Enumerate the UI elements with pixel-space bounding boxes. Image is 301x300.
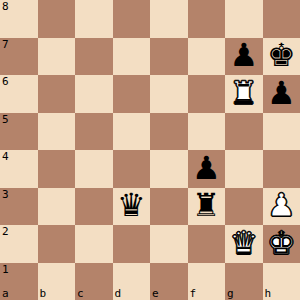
square-e7[interactable]	[150, 38, 188, 76]
file-label-e: e	[152, 288, 159, 299]
square-g2[interactable]: ♛	[225, 225, 263, 263]
square-e4[interactable]	[150, 150, 188, 188]
rank-label-5: 5	[2, 114, 9, 125]
square-c8[interactable]	[75, 0, 113, 38]
file-label-a: a	[2, 288, 9, 299]
square-g6[interactable]: ♜	[225, 75, 263, 113]
square-h4[interactable]	[263, 150, 301, 188]
file-label-b: b	[40, 288, 47, 299]
square-h1[interactable]: h	[263, 263, 301, 300]
square-e5[interactable]	[150, 113, 188, 151]
white-queen-icon[interactable]: ♛	[229, 227, 258, 259]
square-h5[interactable]	[263, 113, 301, 151]
square-d5[interactable]	[113, 113, 151, 151]
square-a2[interactable]: 2	[0, 225, 38, 263]
square-b8[interactable]	[38, 0, 76, 38]
black-rook-icon[interactable]: ♜	[192, 189, 221, 221]
black-king-icon[interactable]: ♚	[267, 39, 296, 71]
square-g5[interactable]	[225, 113, 263, 151]
square-f2[interactable]	[188, 225, 226, 263]
square-e8[interactable]	[150, 0, 188, 38]
black-pawn-icon[interactable]: ♟	[192, 152, 221, 184]
square-d3[interactable]: ♛	[113, 188, 151, 226]
square-e2[interactable]	[150, 225, 188, 263]
rank-label-7: 7	[2, 39, 9, 50]
rank-label-1: 1	[2, 264, 9, 275]
square-d2[interactable]	[113, 225, 151, 263]
square-b7[interactable]	[38, 38, 76, 76]
square-c4[interactable]	[75, 150, 113, 188]
square-g8[interactable]	[225, 0, 263, 38]
square-b5[interactable]	[38, 113, 76, 151]
chess-board: 87♟♚6♜♟54♟3♛♜♟2♛♚1abcdefgh	[0, 0, 300, 300]
square-h6[interactable]: ♟	[263, 75, 301, 113]
square-a8[interactable]: 8	[0, 0, 38, 38]
square-a5[interactable]: 5	[0, 113, 38, 151]
square-c1[interactable]: c	[75, 263, 113, 300]
square-c2[interactable]	[75, 225, 113, 263]
white-king-icon[interactable]: ♚	[267, 227, 296, 259]
rank-label-3: 3	[2, 189, 9, 200]
square-f1[interactable]: f	[188, 263, 226, 300]
black-queen-icon[interactable]: ♛	[117, 189, 146, 221]
square-b2[interactable]	[38, 225, 76, 263]
file-label-h: h	[265, 288, 272, 299]
square-h3[interactable]: ♟	[263, 188, 301, 226]
rank-label-6: 6	[2, 76, 9, 87]
square-c7[interactable]	[75, 38, 113, 76]
square-a1[interactable]: 1a	[0, 263, 38, 300]
black-pawn-icon[interactable]: ♟	[229, 39, 258, 71]
square-d1[interactable]: d	[113, 263, 151, 300]
black-pawn-icon[interactable]: ♟	[267, 77, 296, 109]
square-g3[interactable]	[225, 188, 263, 226]
file-label-c: c	[77, 288, 84, 299]
square-g1[interactable]: g	[225, 263, 263, 300]
rank-label-2: 2	[2, 226, 9, 237]
square-f6[interactable]	[188, 75, 226, 113]
square-a3[interactable]: 3	[0, 188, 38, 226]
square-f5[interactable]	[188, 113, 226, 151]
square-f3[interactable]: ♜	[188, 188, 226, 226]
square-g4[interactable]	[225, 150, 263, 188]
square-e6[interactable]	[150, 75, 188, 113]
square-h7[interactable]: ♚	[263, 38, 301, 76]
square-a4[interactable]: 4	[0, 150, 38, 188]
rank-label-8: 8	[2, 1, 9, 12]
square-e3[interactable]	[150, 188, 188, 226]
square-b6[interactable]	[38, 75, 76, 113]
square-c6[interactable]	[75, 75, 113, 113]
square-f8[interactable]	[188, 0, 226, 38]
square-c5[interactable]	[75, 113, 113, 151]
square-b3[interactable]	[38, 188, 76, 226]
square-h8[interactable]	[263, 0, 301, 38]
file-label-g: g	[227, 288, 234, 299]
square-f4[interactable]: ♟	[188, 150, 226, 188]
file-label-f: f	[190, 288, 197, 299]
square-b4[interactable]	[38, 150, 76, 188]
square-d7[interactable]	[113, 38, 151, 76]
white-rook-icon[interactable]: ♜	[229, 77, 258, 109]
square-e1[interactable]: e	[150, 263, 188, 300]
square-a6[interactable]: 6	[0, 75, 38, 113]
square-h2[interactable]: ♚	[263, 225, 301, 263]
square-d4[interactable]	[113, 150, 151, 188]
square-d8[interactable]	[113, 0, 151, 38]
square-b1[interactable]: b	[38, 263, 76, 300]
square-a7[interactable]: 7	[0, 38, 38, 76]
file-label-d: d	[115, 288, 122, 299]
white-pawn-icon[interactable]: ♟	[267, 189, 296, 221]
square-f7[interactable]	[188, 38, 226, 76]
rank-label-4: 4	[2, 151, 9, 162]
square-d6[interactable]	[113, 75, 151, 113]
square-c3[interactable]	[75, 188, 113, 226]
square-g7[interactable]: ♟	[225, 38, 263, 76]
